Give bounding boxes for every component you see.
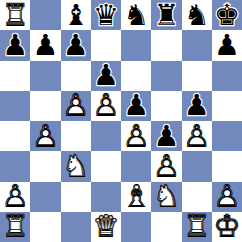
square-a4[interactable] xyxy=(0,121,30,151)
black-piece-body-glyph: ♞ xyxy=(182,0,212,30)
square-e4[interactable]: ♟♟♙ xyxy=(121,121,151,151)
square-c8[interactable]: ♝♝ xyxy=(61,0,91,30)
square-b4[interactable]: ♟♟♙ xyxy=(30,121,60,151)
square-d1[interactable]: ♛♛♕ xyxy=(91,212,121,242)
white-piece-detail-glyph: ♙ xyxy=(0,182,30,212)
white-piece-detail-glyph: ♙ xyxy=(182,121,212,151)
square-h8[interactable]: ♚♚ xyxy=(212,0,242,30)
black-piece-body-glyph: ♟ xyxy=(91,61,121,91)
white-piece-detail-glyph: ♙ xyxy=(61,91,91,121)
square-d4[interactable] xyxy=(91,121,121,151)
white-piece-detail-glyph: ♖ xyxy=(182,212,212,242)
square-h6[interactable] xyxy=(212,61,242,91)
square-g7[interactable] xyxy=(182,30,212,60)
square-d8[interactable]: ♛♛ xyxy=(91,0,121,30)
square-g8[interactable]: ♞♞ xyxy=(182,0,212,30)
square-d3[interactable] xyxy=(91,151,121,181)
white-pawn-h2-piece[interactable]: ♟♟♙ xyxy=(212,182,242,212)
square-h2[interactable]: ♟♟♙ xyxy=(212,182,242,212)
square-d6[interactable]: ♟♟ xyxy=(91,61,121,91)
square-a2[interactable]: ♟♟♙ xyxy=(0,182,30,212)
black-pawn-c7-piece[interactable]: ♟♟ xyxy=(61,30,91,60)
square-h3[interactable] xyxy=(212,151,242,181)
square-f1[interactable] xyxy=(151,212,181,242)
square-h1[interactable]: ♚♚♔ xyxy=(212,212,242,242)
square-f3[interactable]: ♟♟♙ xyxy=(151,151,181,181)
square-d5[interactable]: ♟♟♙ xyxy=(91,91,121,121)
square-c5[interactable]: ♟♟♙ xyxy=(61,91,91,121)
black-piece-body-glyph: ♟ xyxy=(212,30,242,60)
square-e1[interactable] xyxy=(121,212,151,242)
square-e7[interactable] xyxy=(121,30,151,60)
black-piece-body-glyph: ♞ xyxy=(121,0,151,30)
square-c2[interactable] xyxy=(61,182,91,212)
square-a3[interactable] xyxy=(0,151,30,181)
chess-board: ♜♜♖♝♝♛♛♞♞♜♜♞♞♚♚♟♟♟♟♟♟♟♟♟♟♟♟♙♟♟♙♟♟♟♟♟♟♙♟♟… xyxy=(0,0,242,242)
black-piece-body-glyph: ♚ xyxy=(212,0,242,30)
square-e3[interactable] xyxy=(121,151,151,181)
black-pawn-d6-piece[interactable]: ♟♟ xyxy=(91,61,121,91)
black-piece-body-glyph: ♟ xyxy=(30,30,60,60)
white-piece-detail-glyph: ♗ xyxy=(121,182,151,212)
white-piece-detail-glyph: ♖ xyxy=(0,212,30,242)
square-h5[interactable] xyxy=(212,91,242,121)
square-h4[interactable] xyxy=(212,121,242,151)
white-pawn-b4-piece[interactable]: ♟♟♙ xyxy=(30,121,60,151)
black-piece-body-glyph: ♜ xyxy=(151,0,181,30)
square-b1[interactable] xyxy=(30,212,60,242)
white-pawn-e4-piece[interactable]: ♟♟♙ xyxy=(121,121,151,151)
square-c6[interactable] xyxy=(61,61,91,91)
square-d2[interactable] xyxy=(91,182,121,212)
square-a1[interactable]: ♜♜♖ xyxy=(0,212,30,242)
square-g6[interactable] xyxy=(182,61,212,91)
black-pawn-f4-piece[interactable]: ♟♟ xyxy=(151,121,181,151)
square-f2[interactable]: ♞♞♘ xyxy=(151,182,181,212)
white-pawn-f3-piece[interactable]: ♟♟♙ xyxy=(151,151,181,181)
square-b7[interactable]: ♟♟ xyxy=(30,30,60,60)
square-a5[interactable] xyxy=(0,91,30,121)
white-pawn-a2-piece[interactable]: ♟♟♙ xyxy=(0,182,30,212)
white-knight-f2-piece[interactable]: ♞♞♘ xyxy=(151,182,181,212)
square-a6[interactable] xyxy=(0,61,30,91)
black-piece-body-glyph: ♝ xyxy=(61,0,91,30)
square-d7[interactable] xyxy=(91,30,121,60)
square-b8[interactable] xyxy=(30,0,60,30)
black-pawn-a7-piece[interactable]: ♟♟ xyxy=(0,30,30,60)
white-bishop-e2-piece[interactable]: ♝♝♗ xyxy=(121,182,151,212)
black-pawn-b7-piece[interactable]: ♟♟ xyxy=(30,30,60,60)
white-piece-detail-glyph: ♘ xyxy=(151,182,181,212)
square-a7[interactable]: ♟♟ xyxy=(0,30,30,60)
black-piece-body-glyph: ♟ xyxy=(0,30,30,60)
black-knight-e8-piece[interactable]: ♞♞ xyxy=(121,0,151,30)
square-e2[interactable]: ♝♝♗ xyxy=(121,182,151,212)
square-b6[interactable] xyxy=(30,61,60,91)
black-king-h8-piece[interactable]: ♚♚ xyxy=(212,0,242,30)
white-piece-detail-glyph: ♙ xyxy=(151,151,181,181)
square-g5[interactable]: ♟♟ xyxy=(182,91,212,121)
white-king-h1-piece[interactable]: ♚♚♔ xyxy=(212,212,242,242)
square-e8[interactable]: ♞♞ xyxy=(121,0,151,30)
square-b5[interactable] xyxy=(30,91,60,121)
black-knight-g8-piece[interactable]: ♞♞ xyxy=(182,0,212,30)
black-pawn-e5-piece[interactable]: ♟♟ xyxy=(121,91,151,121)
square-f7[interactable] xyxy=(151,30,181,60)
black-rook-f8-piece[interactable]: ♜♜ xyxy=(151,0,181,30)
white-piece-detail-glyph: ♙ xyxy=(30,121,60,151)
square-b2[interactable] xyxy=(30,182,60,212)
square-h7[interactable]: ♟♟ xyxy=(212,30,242,60)
white-knight-c3-piece[interactable]: ♞♞♘ xyxy=(61,151,91,181)
white-rook-g1-piece[interactable]: ♜♜♖ xyxy=(182,212,212,242)
black-pawn-g5-piece[interactable]: ♟♟ xyxy=(182,91,212,121)
black-piece-body-glyph: ♟ xyxy=(151,121,181,151)
square-c1[interactable] xyxy=(61,212,91,242)
square-g1[interactable]: ♜♜♖ xyxy=(182,212,212,242)
white-piece-detail-glyph: ♔ xyxy=(212,212,242,242)
square-c7[interactable]: ♟♟ xyxy=(61,30,91,60)
square-f5[interactable] xyxy=(151,91,181,121)
square-c4[interactable] xyxy=(61,121,91,151)
white-piece-detail-glyph: ♕ xyxy=(91,212,121,242)
white-queen-d1-piece[interactable]: ♛♛♕ xyxy=(91,212,121,242)
black-queen-d8-piece[interactable]: ♛♛ xyxy=(91,0,121,30)
white-pawn-c5-piece[interactable]: ♟♟♙ xyxy=(61,91,91,121)
white-piece-detail-glyph: ♘ xyxy=(61,151,91,181)
square-c3[interactable]: ♞♞♘ xyxy=(61,151,91,181)
square-e5[interactable]: ♟♟ xyxy=(121,91,151,121)
black-piece-body-glyph: ♛ xyxy=(91,0,121,30)
white-piece-detail-glyph: ♙ xyxy=(212,182,242,212)
square-g3[interactable] xyxy=(182,151,212,181)
white-rook-a1-piece[interactable]: ♜♜♖ xyxy=(0,212,30,242)
square-f6[interactable] xyxy=(151,61,181,91)
square-f8[interactable]: ♜♜ xyxy=(151,0,181,30)
black-bishop-c8-piece[interactable]: ♝♝ xyxy=(61,0,91,30)
black-piece-body-glyph: ♟ xyxy=(182,91,212,121)
square-a8[interactable]: ♜♜♖ xyxy=(0,0,30,30)
white-pawn-d5-piece[interactable]: ♟♟♙ xyxy=(91,91,121,121)
square-g4[interactable]: ♟♟♙ xyxy=(182,121,212,151)
white-piece-detail-glyph: ♙ xyxy=(91,91,121,121)
black-piece-body-glyph: ♟ xyxy=(61,30,91,60)
square-f4[interactable]: ♟♟ xyxy=(151,121,181,151)
white-piece-detail-glyph: ♖ xyxy=(0,0,30,30)
white-pawn-g4-piece[interactable]: ♟♟♙ xyxy=(182,121,212,151)
white-rook-a8-piece[interactable]: ♜♜♖ xyxy=(0,0,30,30)
square-g2[interactable] xyxy=(182,182,212,212)
white-piece-detail-glyph: ♙ xyxy=(121,121,151,151)
square-b3[interactable] xyxy=(30,151,60,181)
black-pawn-h7-piece[interactable]: ♟♟ xyxy=(212,30,242,60)
black-piece-body-glyph: ♟ xyxy=(121,91,151,121)
square-e6[interactable] xyxy=(121,61,151,91)
